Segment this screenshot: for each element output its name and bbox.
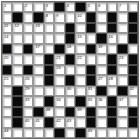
cell-r8c2[interactable]: 29 xyxy=(23,86,33,96)
cell-r3c8[interactable] xyxy=(86,33,96,43)
cell-r8c7[interactable] xyxy=(75,86,85,96)
clue-number-25: 25 xyxy=(4,77,8,81)
cell-r12c6[interactable] xyxy=(65,128,75,138)
clue-number-36: 36 xyxy=(98,98,102,102)
clue-number-26: 26 xyxy=(25,77,29,81)
cell-r8c8[interactable]: 31 xyxy=(86,86,96,96)
black-cell-r6c12 xyxy=(128,65,138,75)
cell-r0c11[interactable]: 7 xyxy=(117,2,127,12)
cell-r6c7[interactable] xyxy=(75,65,85,75)
cell-r2c1[interactable]: 12 xyxy=(12,23,22,33)
cell-r0c8[interactable]: 5 xyxy=(86,2,96,12)
clue-number-4: 4 xyxy=(67,4,69,8)
cell-r3c10[interactable]: 16 xyxy=(107,33,117,43)
clue-number-41: 41 xyxy=(35,119,39,123)
cell-r10c9[interactable] xyxy=(96,107,106,117)
cell-r12c0[interactable]: 44 xyxy=(2,128,12,138)
black-cell-r11c1 xyxy=(12,117,22,127)
cell-r4c12[interactable] xyxy=(128,44,138,54)
black-cell-r6c10 xyxy=(107,65,117,75)
cell-r5c3[interactable] xyxy=(33,54,43,64)
cell-r9c12[interactable] xyxy=(128,96,138,106)
cell-r12c1[interactable] xyxy=(12,128,22,138)
cell-r0c6[interactable]: 4 xyxy=(65,2,75,12)
cell-r7c5[interactable] xyxy=(54,75,64,85)
cell-r4c3[interactable]: 17 xyxy=(33,44,43,54)
black-cell-r7c4 xyxy=(44,75,54,85)
black-cell-r4c5 xyxy=(54,44,64,54)
black-cell-r4c8 xyxy=(86,44,96,54)
cell-r10c0[interactable] xyxy=(2,107,12,117)
black-cell-r12c7 xyxy=(75,128,85,138)
black-cell-r6c4 xyxy=(44,65,54,75)
crossword-board: 1234567891011121314151617181920212223242… xyxy=(1,1,139,139)
clue-number-30: 30 xyxy=(67,87,71,91)
clue-number-42: 42 xyxy=(56,119,60,123)
black-cell-r10c8 xyxy=(86,107,96,117)
cell-r11c6[interactable]: 43 xyxy=(65,117,75,127)
black-cell-r1c8 xyxy=(86,12,96,22)
cell-r5c8[interactable] xyxy=(86,54,96,64)
cell-r1c6[interactable] xyxy=(65,12,75,22)
clue-number-15: 15 xyxy=(77,35,81,39)
cell-r6c3[interactable] xyxy=(33,65,43,75)
clue-number-17: 17 xyxy=(35,45,39,49)
black-cell-r10c6 xyxy=(65,107,75,117)
cell-r6c5[interactable]: 24 xyxy=(54,65,64,75)
cell-r0c3[interactable] xyxy=(33,2,43,12)
black-cell-r9c4 xyxy=(44,96,54,106)
cell-r3c7[interactable]: 15 xyxy=(75,33,85,43)
black-cell-r5c10 xyxy=(107,54,117,64)
cell-r7c1[interactable] xyxy=(12,75,22,85)
black-cell-r4c2 xyxy=(23,44,33,54)
cell-r1c4[interactable]: 8 xyxy=(44,12,54,22)
cell-r10c7[interactable]: 39 xyxy=(75,107,85,117)
cell-r0c4[interactable]: 3 xyxy=(44,2,54,12)
clue-number-39: 39 xyxy=(77,108,81,112)
cell-r4c9[interactable]: 19 xyxy=(96,44,106,54)
cell-r7c9[interactable]: 27 xyxy=(96,75,106,85)
black-cell-r9c1 xyxy=(12,96,22,106)
cell-r7c11[interactable] xyxy=(117,75,127,85)
cell-r1c5[interactable]: 9 xyxy=(54,12,64,22)
black-cell-r3c12 xyxy=(128,33,138,43)
cell-r7c3[interactable] xyxy=(33,75,43,85)
black-cell-r11c10 xyxy=(107,117,117,127)
cell-r12c2[interactable] xyxy=(23,128,33,138)
clue-number-43: 43 xyxy=(67,119,71,123)
clue-number-33: 33 xyxy=(25,98,29,102)
clue-number-22: 22 xyxy=(77,56,81,60)
clue-number-14: 14 xyxy=(4,35,8,39)
cell-r2c7[interactable] xyxy=(75,23,85,33)
cell-r5c0[interactable]: 20 xyxy=(2,54,12,64)
cell-r9c3[interactable] xyxy=(33,96,43,106)
cell-r11c2[interactable]: 40 xyxy=(23,117,33,127)
clue-number-20: 20 xyxy=(4,56,8,60)
cell-r2c4[interactable] xyxy=(44,23,54,33)
clue-number-3: 3 xyxy=(46,4,48,8)
cell-r12c4[interactable] xyxy=(44,128,54,138)
cell-r4c7[interactable] xyxy=(75,44,85,54)
cell-r9c6[interactable] xyxy=(65,96,75,106)
black-cell-r8c1 xyxy=(12,86,22,96)
cell-r3c1[interactable] xyxy=(12,33,22,43)
black-cell-r5c12 xyxy=(128,54,138,64)
clue-number-7: 7 xyxy=(119,4,121,8)
black-cell-r1c1 xyxy=(12,12,22,22)
clue-number-40: 40 xyxy=(25,119,29,123)
cell-r7c10[interactable]: 28 xyxy=(107,75,117,85)
black-cell-r9c10 xyxy=(107,96,117,106)
cell-r5c2[interactable] xyxy=(23,54,33,64)
black-cell-r7c6 xyxy=(65,75,75,85)
cell-r7c2[interactable]: 26 xyxy=(23,75,33,85)
black-cell-r3c6 xyxy=(65,33,75,43)
clue-number-1: 1 xyxy=(4,4,6,8)
cell-r10c4[interactable]: 38 xyxy=(44,107,54,117)
black-cell-r0c5 xyxy=(54,2,64,12)
cell-r3c5[interactable] xyxy=(54,33,64,43)
cell-r12c10[interactable] xyxy=(107,128,117,138)
cell-r11c7[interactable] xyxy=(75,117,85,127)
black-cell-r10c10 xyxy=(107,107,117,117)
clue-number-31: 31 xyxy=(88,87,92,91)
black-cell-r6c2 xyxy=(23,65,33,75)
clue-number-5: 5 xyxy=(88,4,90,8)
cell-r9c2[interactable]: 33 xyxy=(23,96,33,106)
cell-r0c2[interactable]: 2 xyxy=(23,2,33,12)
clue-number-9: 9 xyxy=(56,14,58,18)
black-cell-r4c0 xyxy=(2,44,12,54)
cell-r1c2[interactable] xyxy=(23,12,33,22)
cell-r11c11[interactable] xyxy=(117,117,127,127)
clue-number-35: 35 xyxy=(88,98,92,102)
cell-r4c4[interactable] xyxy=(44,44,54,54)
cell-r9c9[interactable]: 36 xyxy=(96,96,106,106)
clue-number-2: 2 xyxy=(25,4,27,8)
cell-r3c0[interactable]: 14 xyxy=(2,33,12,43)
cell-r2c5[interactable] xyxy=(54,23,64,33)
clue-number-18: 18 xyxy=(67,45,71,49)
clue-number-38: 38 xyxy=(46,108,50,112)
cell-r2c3[interactable]: 13 xyxy=(33,23,43,33)
clue-number-11: 11 xyxy=(4,24,8,28)
clue-number-28: 28 xyxy=(109,77,113,81)
clue-number-44: 44 xyxy=(4,129,8,133)
cell-r3c3[interactable] xyxy=(33,33,43,43)
cell-r12c11[interactable] xyxy=(117,128,127,138)
cell-r8c5[interactable] xyxy=(54,86,64,96)
cell-r2c11[interactable] xyxy=(117,23,127,33)
cell-r8c6[interactable]: 30 xyxy=(65,86,75,96)
cell-r10c2[interactable] xyxy=(23,107,33,117)
black-cell-r10c12 xyxy=(128,107,138,117)
cell-r5c9[interactable] xyxy=(96,54,106,64)
cell-r3c4[interactable] xyxy=(44,33,54,43)
cell-r1c9[interactable] xyxy=(96,12,106,22)
black-cell-r5c4 xyxy=(44,54,54,64)
cell-r9c0[interactable] xyxy=(2,96,12,106)
black-cell-r9c7 xyxy=(75,96,85,106)
clue-number-24: 24 xyxy=(56,66,60,70)
cell-r2c0[interactable]: 11 xyxy=(2,23,12,33)
cell-r0c12[interactable] xyxy=(128,2,138,12)
black-cell-r11c12 xyxy=(128,117,138,127)
clue-number-27: 27 xyxy=(98,77,102,81)
cell-r5c11[interactable]: 23 xyxy=(117,54,127,64)
cell-r9c5[interactable]: 34 xyxy=(54,96,64,106)
cell-r8c10[interactable] xyxy=(107,86,117,96)
cell-r10c5[interactable] xyxy=(54,107,64,117)
cell-r12c8[interactable]: 45 xyxy=(86,128,96,138)
cell-r11c3[interactable]: 41 xyxy=(33,117,43,127)
cell-r6c1[interactable] xyxy=(12,65,22,75)
black-cell-r7c12 xyxy=(128,75,138,85)
cell-r7c0[interactable]: 25 xyxy=(2,75,12,85)
black-cell-r12c5 xyxy=(54,128,64,138)
black-cell-r6c0 xyxy=(2,65,12,75)
clue-number-45: 45 xyxy=(88,129,92,133)
cell-r8c3[interactable] xyxy=(33,86,43,96)
clue-number-34: 34 xyxy=(56,98,60,102)
black-cell-r10c1 xyxy=(12,107,22,117)
black-cell-r2c8 xyxy=(86,23,96,33)
cell-r5c7[interactable]: 22 xyxy=(75,54,85,64)
black-cell-r10c3 xyxy=(33,107,43,117)
cell-r11c0[interactable] xyxy=(2,117,12,127)
cell-r12c12[interactable] xyxy=(128,128,138,138)
cell-r0c1[interactable] xyxy=(12,2,22,12)
clue-number-19: 19 xyxy=(98,45,102,49)
black-cell-r3c9 xyxy=(96,33,106,43)
black-cell-r0c7 xyxy=(75,2,85,12)
cell-r7c7[interactable] xyxy=(75,75,85,85)
cell-r11c9[interactable] xyxy=(96,117,106,127)
clue-number-29: 29 xyxy=(25,87,29,91)
black-cell-r8c9 xyxy=(96,86,106,96)
cell-r0c10[interactable] xyxy=(107,2,117,12)
cell-r1c11[interactable] xyxy=(117,12,127,22)
clue-number-37: 37 xyxy=(119,98,123,102)
black-cell-r2c12 xyxy=(128,23,138,33)
cell-r6c11[interactable] xyxy=(117,65,127,75)
black-cell-r6c8 xyxy=(86,65,96,75)
cell-r11c5[interactable]: 42 xyxy=(54,117,64,127)
black-cell-r2c10 xyxy=(107,23,117,33)
clue-number-23: 23 xyxy=(119,56,123,60)
cell-r2c2[interactable] xyxy=(23,23,33,33)
black-cell-r7c8 xyxy=(86,75,96,85)
clue-number-16: 16 xyxy=(109,35,113,39)
cell-r9c8[interactable]: 35 xyxy=(86,96,96,106)
clue-number-6: 6 xyxy=(98,4,100,8)
black-cell-r1c3 xyxy=(33,12,43,22)
clue-number-13: 13 xyxy=(35,24,39,28)
clue-number-21: 21 xyxy=(56,56,60,60)
clue-number-12: 12 xyxy=(14,24,18,28)
cell-r2c9[interactable] xyxy=(96,23,106,33)
black-cell-r11c4 xyxy=(44,117,54,127)
black-cell-r11c8 xyxy=(86,117,96,127)
black-cell-r1c10 xyxy=(107,12,117,22)
cell-r6c9[interactable] xyxy=(96,65,106,75)
cell-r3c2[interactable] xyxy=(23,33,33,43)
black-cell-r5c6 xyxy=(65,54,75,64)
cell-r8c0[interactable] xyxy=(2,86,12,96)
cell-r0c9[interactable]: 6 xyxy=(96,2,106,12)
cell-r12c3[interactable] xyxy=(33,128,43,138)
black-cell-r4c11 xyxy=(117,44,127,54)
cell-r10c11[interactable] xyxy=(117,107,127,117)
cell-r4c1[interactable] xyxy=(12,44,22,54)
black-cell-r8c11 xyxy=(117,86,127,96)
clue-number-8: 8 xyxy=(46,14,48,18)
cell-r1c0[interactable] xyxy=(2,12,12,22)
cell-r4c6[interactable]: 18 xyxy=(65,44,75,54)
cell-r9c11[interactable]: 37 xyxy=(117,96,127,106)
cell-r1c7[interactable]: 10 xyxy=(75,12,85,22)
cell-r3c11[interactable] xyxy=(117,33,127,43)
cell-r12c9[interactable] xyxy=(96,128,106,138)
black-cell-r2c6 xyxy=(65,23,75,33)
cell-r8c4[interactable] xyxy=(44,86,54,96)
cell-r5c5[interactable]: 21 xyxy=(54,54,64,64)
cell-r0c0[interactable]: 1 xyxy=(2,2,12,12)
clue-number-32: 32 xyxy=(130,87,134,91)
clue-number-10: 10 xyxy=(77,14,81,18)
black-cell-r1c12 xyxy=(128,12,138,22)
cell-r4c10[interactable] xyxy=(107,44,117,54)
cell-r8c12[interactable]: 32 xyxy=(128,86,138,96)
cell-r5c1[interactable] xyxy=(12,54,22,64)
cell-r6c6[interactable] xyxy=(65,65,75,75)
